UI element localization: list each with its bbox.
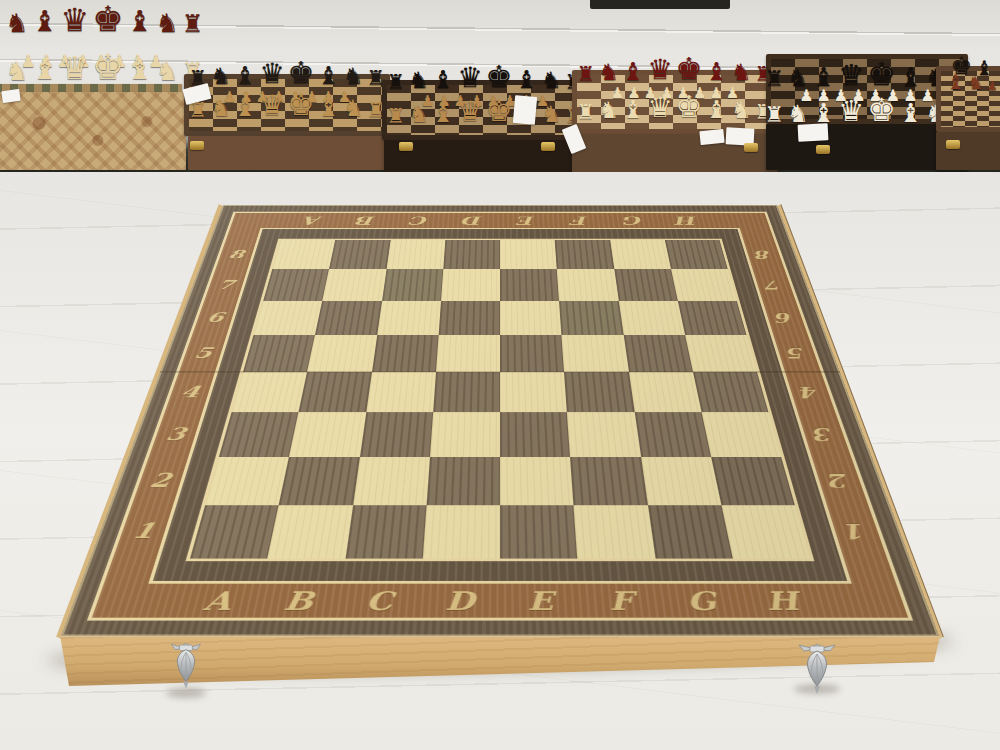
surface-sheen [61, 205, 940, 636]
chess-board: ABCDEFGH ABCDEFGH 87654321 87654321 [61, 205, 940, 636]
perspective-scene: ABCDEFGH ABCDEFGH 87654321 87654321 [0, 0, 1000, 744]
